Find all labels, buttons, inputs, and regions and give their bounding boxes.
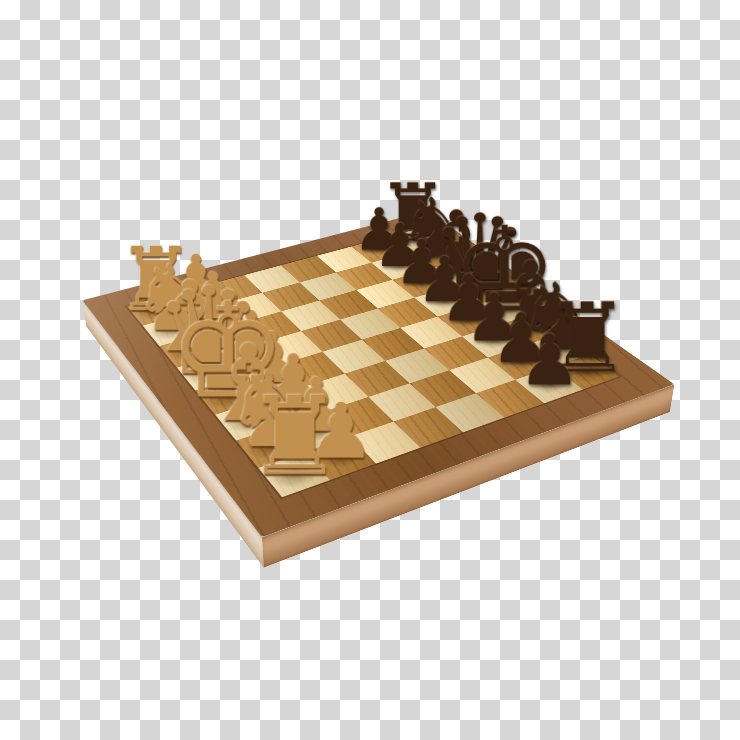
transparent-background: ♜♞♝♛♚♝♞♜♟♟♟♟♟♟♟♟♟♟♟♟♟♟♟♟♜♞♝♛♚♝♞♜ [0,0,740,740]
chess-board: ♜♞♝♛♚♝♞♜♟♟♟♟♟♟♟♟♟♟♟♟♟♟♟♟♜♞♝♛♚♝♞♜ [83,211,675,538]
scene: ♜♞♝♛♚♝♞♜♟♟♟♟♟♟♟♟♟♟♟♟♟♟♟♟♜♞♝♛♚♝♞♜ [0,0,740,740]
